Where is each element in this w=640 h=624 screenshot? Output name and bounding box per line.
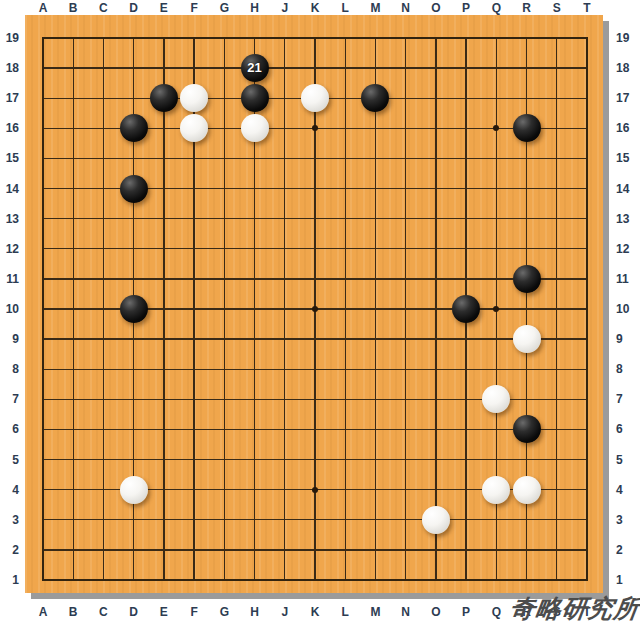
- col-label-top-K: K: [300, 0, 330, 15]
- white-stone: [513, 325, 541, 353]
- col-label-top-F: F: [179, 0, 209, 15]
- white-stone: [180, 114, 208, 142]
- row-label-right-12: 12: [612, 234, 639, 264]
- col-label-top-P: P: [451, 0, 481, 15]
- row-label-left-6: 6: [0, 414, 23, 444]
- col-label-bottom-K: K: [300, 602, 330, 622]
- col-label-bottom-H: H: [239, 602, 269, 622]
- row-label-left-5: 5: [0, 444, 23, 474]
- col-label-bottom-E: E: [149, 602, 179, 622]
- row-label-right-18: 18: [612, 53, 639, 83]
- row-label-right-4: 4: [612, 475, 639, 505]
- col-label-top-D: D: [119, 0, 149, 15]
- row-label-right-19: 19: [612, 23, 639, 53]
- row-label-right-10: 10: [612, 294, 639, 324]
- stone-last-move: 21: [241, 54, 269, 82]
- black-stone: [452, 295, 480, 323]
- row-label-left-4: 4: [0, 475, 23, 505]
- row-label-right-13: 13: [612, 204, 639, 234]
- row-label-right-6: 6: [612, 414, 639, 444]
- col-label-top-S: S: [542, 0, 572, 15]
- white-stone: [301, 84, 329, 112]
- col-label-top-H: H: [239, 0, 269, 15]
- row-label-left-1: 1: [0, 565, 23, 595]
- black-stone: [513, 415, 541, 443]
- row-label-left-15: 15: [0, 143, 23, 173]
- black-stone: [361, 84, 389, 112]
- col-label-bottom-L: L: [330, 602, 360, 622]
- row-label-right-11: 11: [612, 264, 639, 294]
- white-stone: [180, 84, 208, 112]
- row-label-right-8: 8: [612, 354, 639, 384]
- white-stone: [482, 476, 510, 504]
- row-label-left-16: 16: [0, 113, 23, 143]
- col-label-bottom-F: F: [179, 602, 209, 622]
- row-label-left-18: 18: [0, 53, 23, 83]
- col-label-bottom-O: O: [421, 602, 451, 622]
- row-label-right-14: 14: [612, 173, 639, 203]
- col-label-top-E: E: [149, 0, 179, 15]
- row-label-left-9: 9: [0, 324, 23, 354]
- row-label-right-7: 7: [612, 384, 639, 414]
- go-board[interactable]: 21: [25, 15, 603, 593]
- row-label-left-14: 14: [0, 173, 23, 203]
- row-label-right-2: 2: [612, 535, 639, 565]
- column-labels-top: ABCDEFGHJKLMNOPQRST: [28, 0, 602, 15]
- row-label-right-16: 16: [612, 113, 639, 143]
- row-label-left-17: 17: [0, 83, 23, 113]
- col-label-top-O: O: [421, 0, 451, 15]
- row-label-left-19: 19: [0, 23, 23, 53]
- row-label-right-5: 5: [612, 444, 639, 474]
- col-label-bottom-M: M: [360, 602, 390, 622]
- row-label-left-8: 8: [0, 354, 23, 384]
- col-label-top-Q: Q: [481, 0, 511, 15]
- stones-layer: 21: [28, 23, 602, 595]
- row-labels-left: 19181716151413121110987654321: [0, 23, 23, 595]
- col-label-bottom-C: C: [88, 602, 118, 622]
- white-stone: [120, 476, 148, 504]
- row-label-right-15: 15: [612, 143, 639, 173]
- white-stone: [513, 476, 541, 504]
- white-stone: [422, 506, 450, 534]
- row-label-right-3: 3: [612, 505, 639, 535]
- row-label-right-9: 9: [612, 324, 639, 354]
- col-label-top-B: B: [58, 0, 88, 15]
- col-label-top-A: A: [28, 0, 58, 15]
- row-label-left-11: 11: [0, 264, 23, 294]
- move-number-label: 21: [247, 54, 261, 82]
- watermark: 奇略研究所: [508, 592, 640, 624]
- row-label-right-17: 17: [612, 83, 639, 113]
- col-label-top-R: R: [511, 0, 541, 15]
- black-stone: [241, 84, 269, 112]
- black-stone: [150, 84, 178, 112]
- black-stone: [120, 114, 148, 142]
- col-label-top-L: L: [330, 0, 360, 15]
- page-root: ABCDEFGHJKLMNOPQRST 19181716151413121110…: [0, 0, 640, 624]
- row-label-left-13: 13: [0, 204, 23, 234]
- col-label-top-C: C: [88, 0, 118, 15]
- black-stone: [513, 265, 541, 293]
- col-label-top-J: J: [270, 0, 300, 15]
- col-label-bottom-N: N: [391, 602, 421, 622]
- col-label-top-N: N: [391, 0, 421, 15]
- col-label-bottom-P: P: [451, 602, 481, 622]
- col-label-bottom-A: A: [28, 602, 58, 622]
- black-stone: [120, 295, 148, 323]
- row-label-right-1: 1: [612, 565, 639, 595]
- white-stone: [241, 114, 269, 142]
- col-label-bottom-B: B: [58, 602, 88, 622]
- col-label-top-G: G: [209, 0, 239, 15]
- row-label-left-10: 10: [0, 294, 23, 324]
- col-label-bottom-Q: Q: [481, 602, 511, 622]
- black-stone: [120, 175, 148, 203]
- col-label-bottom-J: J: [270, 602, 300, 622]
- row-label-left-3: 3: [0, 505, 23, 535]
- black-stone: [513, 114, 541, 142]
- col-label-top-M: M: [360, 0, 390, 15]
- row-labels-right: 19181716151413121110987654321: [612, 23, 639, 595]
- row-label-left-7: 7: [0, 384, 23, 414]
- col-label-top-T: T: [572, 0, 602, 15]
- white-stone: [482, 385, 510, 413]
- row-label-left-2: 2: [0, 535, 23, 565]
- col-label-bottom-D: D: [119, 602, 149, 622]
- col-label-bottom-G: G: [209, 602, 239, 622]
- row-label-left-12: 12: [0, 234, 23, 264]
